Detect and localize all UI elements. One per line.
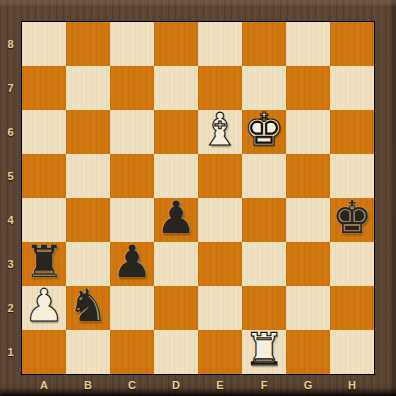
square-b5[interactable] [66, 154, 110, 198]
file-label-a: A [22, 374, 66, 396]
square-h7[interactable] [330, 66, 374, 110]
rank-labels: 87654321 [0, 22, 21, 374]
square-g7[interactable] [286, 66, 330, 110]
black-knight[interactable]: ♞ [68, 284, 108, 328]
square-a1[interactable] [22, 330, 66, 374]
square-d8[interactable] [154, 22, 198, 66]
square-d6[interactable] [154, 110, 198, 154]
file-label-g: G [286, 374, 330, 396]
square-b1[interactable] [66, 330, 110, 374]
square-h3[interactable] [330, 242, 374, 286]
file-label-b: B [66, 374, 110, 396]
square-c6[interactable] [110, 110, 154, 154]
square-h2[interactable] [330, 286, 374, 330]
square-b2[interactable]: ♞ [66, 286, 110, 330]
square-f5[interactable] [242, 154, 286, 198]
square-g4[interactable] [286, 198, 330, 242]
square-a5[interactable] [22, 154, 66, 198]
square-a8[interactable] [22, 22, 66, 66]
file-label-e: E [198, 374, 242, 396]
square-c3[interactable]: ♟ [110, 242, 154, 286]
white-king[interactable]: ♚ [244, 108, 284, 152]
square-d1[interactable] [154, 330, 198, 374]
white-rook[interactable]: ♜ [244, 328, 284, 372]
square-g5[interactable] [286, 154, 330, 198]
square-g8[interactable] [286, 22, 330, 66]
file-label-d: D [154, 374, 198, 396]
rank-label-3: 3 [0, 242, 21, 286]
black-rook[interactable]: ♜ [24, 240, 64, 284]
square-d4[interactable]: ♟ [154, 198, 198, 242]
square-g2[interactable] [286, 286, 330, 330]
square-e2[interactable] [198, 286, 242, 330]
rank-label-8: 8 [0, 22, 21, 66]
square-f6[interactable]: ♚ [242, 110, 286, 154]
square-c5[interactable] [110, 154, 154, 198]
square-f8[interactable] [242, 22, 286, 66]
square-h6[interactable] [330, 110, 374, 154]
square-e8[interactable] [198, 22, 242, 66]
square-c8[interactable] [110, 22, 154, 66]
square-e5[interactable] [198, 154, 242, 198]
rank-label-6: 6 [0, 110, 21, 154]
square-f3[interactable] [242, 242, 286, 286]
square-e6[interactable]: ♝ [198, 110, 242, 154]
black-pawn[interactable]: ♟ [112, 240, 152, 284]
square-b6[interactable] [66, 110, 110, 154]
file-label-f: F [242, 374, 286, 396]
square-g6[interactable] [286, 110, 330, 154]
rank-label-4: 4 [0, 198, 21, 242]
square-b4[interactable] [66, 198, 110, 242]
square-e3[interactable] [198, 242, 242, 286]
square-b8[interactable] [66, 22, 110, 66]
black-king[interactable]: ♚ [332, 196, 372, 240]
black-pawn[interactable]: ♟ [156, 196, 196, 240]
square-h4[interactable]: ♚ [330, 198, 374, 242]
square-g3[interactable] [286, 242, 330, 286]
rank-label-5: 5 [0, 154, 21, 198]
square-f4[interactable] [242, 198, 286, 242]
square-a6[interactable] [22, 110, 66, 154]
square-g1[interactable] [286, 330, 330, 374]
square-e1[interactable] [198, 330, 242, 374]
square-a7[interactable] [22, 66, 66, 110]
square-c1[interactable] [110, 330, 154, 374]
board-frame: 87654321 ♝♚♟♚♜♟♟♞♜ ABCDEFGH [0, 0, 396, 396]
file-labels: ABCDEFGH [22, 374, 374, 396]
square-d2[interactable] [154, 286, 198, 330]
square-c2[interactable] [110, 286, 154, 330]
square-f1[interactable]: ♜ [242, 330, 286, 374]
file-label-c: C [110, 374, 154, 396]
rank-label-7: 7 [0, 66, 21, 110]
square-h1[interactable] [330, 330, 374, 374]
white-pawn[interactable]: ♟ [24, 284, 64, 328]
square-e4[interactable] [198, 198, 242, 242]
square-a2[interactable]: ♟ [22, 286, 66, 330]
square-d7[interactable] [154, 66, 198, 110]
white-bishop[interactable]: ♝ [200, 108, 240, 152]
square-h8[interactable] [330, 22, 374, 66]
rank-label-1: 1 [0, 330, 21, 374]
square-d3[interactable] [154, 242, 198, 286]
rank-label-2: 2 [0, 286, 21, 330]
file-label-h: H [330, 374, 374, 396]
board: ♝♚♟♚♜♟♟♞♜ [21, 21, 375, 375]
square-c7[interactable] [110, 66, 154, 110]
square-b7[interactable] [66, 66, 110, 110]
